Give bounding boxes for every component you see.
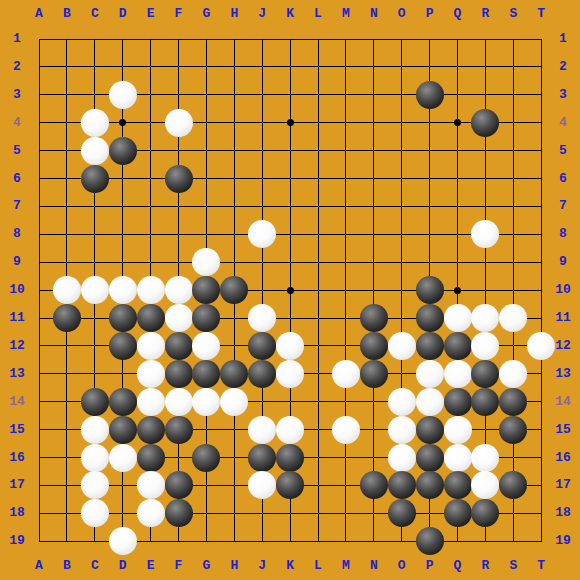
column-label: L bbox=[308, 559, 328, 573]
black-stone bbox=[276, 444, 304, 472]
row-label: 2 bbox=[3, 60, 31, 74]
row-label: 13 bbox=[549, 367, 577, 381]
row-label: 14 bbox=[549, 395, 577, 409]
white-stone bbox=[471, 304, 499, 332]
white-stone bbox=[388, 332, 416, 360]
black-stone bbox=[137, 304, 165, 332]
white-stone bbox=[137, 332, 165, 360]
column-label: O bbox=[392, 7, 412, 21]
column-label: G bbox=[196, 7, 216, 21]
row-label: 13 bbox=[3, 367, 31, 381]
star-point bbox=[454, 119, 461, 126]
column-label: A bbox=[29, 559, 49, 573]
white-stone bbox=[471, 332, 499, 360]
white-stone bbox=[220, 388, 248, 416]
column-label: B bbox=[57, 559, 77, 573]
star-point bbox=[287, 287, 294, 294]
white-stone bbox=[499, 360, 527, 388]
row-label: 11 bbox=[549, 311, 577, 325]
black-stone bbox=[388, 471, 416, 499]
row-label: 19 bbox=[3, 534, 31, 548]
black-stone bbox=[248, 444, 276, 472]
column-label: S bbox=[503, 559, 523, 573]
column-label: J bbox=[252, 7, 272, 21]
black-stone bbox=[499, 471, 527, 499]
black-stone bbox=[220, 276, 248, 304]
row-label: 7 bbox=[549, 199, 577, 213]
white-stone bbox=[527, 332, 555, 360]
white-stone bbox=[276, 360, 304, 388]
column-label: H bbox=[224, 559, 244, 573]
goban[interactable]: AABBCCDDEEFFGGHHJJKKLLMMNNOOPPQQRRSSTT11… bbox=[0, 0, 580, 580]
row-label: 14 bbox=[3, 395, 31, 409]
white-stone bbox=[248, 416, 276, 444]
white-stone bbox=[471, 220, 499, 248]
row-label: 4 bbox=[3, 116, 31, 130]
black-stone bbox=[165, 416, 193, 444]
white-stone bbox=[81, 137, 109, 165]
row-label: 15 bbox=[3, 423, 31, 437]
row-label: 3 bbox=[3, 88, 31, 102]
black-stone bbox=[192, 360, 220, 388]
column-label: D bbox=[113, 559, 133, 573]
white-stone bbox=[81, 444, 109, 472]
column-label: R bbox=[475, 7, 495, 21]
white-stone bbox=[137, 471, 165, 499]
white-stone bbox=[81, 416, 109, 444]
black-stone bbox=[109, 332, 137, 360]
column-label: G bbox=[196, 559, 216, 573]
black-stone bbox=[165, 360, 193, 388]
row-label: 10 bbox=[3, 283, 31, 297]
black-stone bbox=[192, 304, 220, 332]
white-stone bbox=[81, 499, 109, 527]
star-point bbox=[119, 119, 126, 126]
white-stone bbox=[165, 276, 193, 304]
row-label: 9 bbox=[549, 255, 577, 269]
row-label: 5 bbox=[549, 144, 577, 158]
white-stone bbox=[81, 109, 109, 137]
black-stone bbox=[444, 499, 472, 527]
black-stone bbox=[81, 165, 109, 193]
black-stone bbox=[360, 360, 388, 388]
black-stone bbox=[444, 388, 472, 416]
white-stone bbox=[388, 388, 416, 416]
column-label: P bbox=[420, 7, 440, 21]
column-label: E bbox=[141, 559, 161, 573]
column-label: J bbox=[252, 559, 272, 573]
white-stone bbox=[109, 276, 137, 304]
column-label: M bbox=[336, 7, 356, 21]
black-stone bbox=[416, 416, 444, 444]
white-stone bbox=[81, 471, 109, 499]
black-stone bbox=[165, 499, 193, 527]
black-stone bbox=[360, 332, 388, 360]
column-label: N bbox=[364, 559, 384, 573]
white-stone bbox=[332, 360, 360, 388]
white-stone bbox=[137, 360, 165, 388]
row-label: 8 bbox=[3, 227, 31, 241]
white-stone bbox=[192, 388, 220, 416]
white-stone bbox=[137, 388, 165, 416]
white-stone bbox=[192, 332, 220, 360]
column-label: Q bbox=[448, 559, 468, 573]
white-stone bbox=[137, 499, 165, 527]
column-label: Q bbox=[448, 7, 468, 21]
black-stone bbox=[471, 388, 499, 416]
row-label: 19 bbox=[549, 534, 577, 548]
row-label: 1 bbox=[3, 32, 31, 46]
white-stone bbox=[192, 248, 220, 276]
white-stone bbox=[137, 276, 165, 304]
row-label: 16 bbox=[549, 451, 577, 465]
column-label: K bbox=[280, 7, 300, 21]
black-stone bbox=[360, 304, 388, 332]
black-stone bbox=[109, 137, 137, 165]
row-label: 12 bbox=[3, 339, 31, 353]
grid-line-vertical bbox=[345, 39, 346, 542]
black-stone bbox=[416, 471, 444, 499]
grid-line-vertical bbox=[541, 39, 542, 542]
black-stone bbox=[109, 304, 137, 332]
column-label: T bbox=[531, 559, 551, 573]
column-label: E bbox=[141, 7, 161, 21]
white-stone bbox=[165, 388, 193, 416]
black-stone bbox=[416, 332, 444, 360]
column-label: R bbox=[475, 559, 495, 573]
black-stone bbox=[444, 471, 472, 499]
white-stone bbox=[81, 276, 109, 304]
row-label: 8 bbox=[549, 227, 577, 241]
row-label: 17 bbox=[549, 478, 577, 492]
black-stone bbox=[248, 360, 276, 388]
black-stone bbox=[53, 304, 81, 332]
column-label: T bbox=[531, 7, 551, 21]
white-stone bbox=[248, 471, 276, 499]
black-stone bbox=[165, 332, 193, 360]
row-label: 5 bbox=[3, 144, 31, 158]
white-stone bbox=[165, 109, 193, 137]
column-label: B bbox=[57, 7, 77, 21]
black-stone bbox=[220, 360, 248, 388]
column-label: A bbox=[29, 7, 49, 21]
star-point bbox=[287, 119, 294, 126]
white-stone bbox=[53, 276, 81, 304]
star-point bbox=[454, 287, 461, 294]
white-stone bbox=[109, 527, 137, 555]
black-stone bbox=[165, 165, 193, 193]
black-stone bbox=[416, 81, 444, 109]
row-label: 17 bbox=[3, 478, 31, 492]
black-stone bbox=[192, 276, 220, 304]
white-stone bbox=[248, 304, 276, 332]
white-stone bbox=[499, 304, 527, 332]
white-stone bbox=[444, 360, 472, 388]
white-stone bbox=[471, 471, 499, 499]
black-stone bbox=[360, 471, 388, 499]
grid-line-vertical bbox=[513, 39, 514, 542]
black-stone bbox=[137, 416, 165, 444]
column-label: H bbox=[224, 7, 244, 21]
white-stone bbox=[276, 332, 304, 360]
black-stone bbox=[109, 388, 137, 416]
white-stone bbox=[416, 360, 444, 388]
white-stone bbox=[444, 304, 472, 332]
white-stone bbox=[248, 220, 276, 248]
column-label: O bbox=[392, 559, 412, 573]
black-stone bbox=[499, 388, 527, 416]
column-label: F bbox=[169, 559, 189, 573]
row-label: 10 bbox=[549, 283, 577, 297]
column-label: L bbox=[308, 7, 328, 21]
column-label: K bbox=[280, 559, 300, 573]
row-label: 15 bbox=[549, 423, 577, 437]
row-label: 6 bbox=[549, 172, 577, 186]
column-label: M bbox=[336, 559, 356, 573]
black-stone bbox=[471, 109, 499, 137]
row-label: 9 bbox=[3, 255, 31, 269]
row-label: 3 bbox=[549, 88, 577, 102]
white-stone bbox=[471, 444, 499, 472]
black-stone bbox=[499, 416, 527, 444]
column-label: S bbox=[503, 7, 523, 21]
column-label: N bbox=[364, 7, 384, 21]
white-stone bbox=[388, 416, 416, 444]
white-stone bbox=[165, 304, 193, 332]
white-stone bbox=[276, 416, 304, 444]
white-stone bbox=[416, 388, 444, 416]
white-stone bbox=[388, 444, 416, 472]
row-label: 6 bbox=[3, 172, 31, 186]
black-stone bbox=[388, 499, 416, 527]
row-label: 18 bbox=[3, 506, 31, 520]
black-stone bbox=[444, 332, 472, 360]
column-label: P bbox=[420, 559, 440, 573]
black-stone bbox=[416, 276, 444, 304]
black-stone bbox=[416, 444, 444, 472]
white-stone bbox=[444, 416, 472, 444]
grid-line-vertical bbox=[373, 39, 374, 542]
column-label: D bbox=[113, 7, 133, 21]
row-label: 11 bbox=[3, 311, 31, 325]
black-stone bbox=[416, 304, 444, 332]
black-stone bbox=[137, 444, 165, 472]
black-stone bbox=[276, 471, 304, 499]
row-label: 7 bbox=[3, 199, 31, 213]
black-stone bbox=[471, 499, 499, 527]
row-label: 2 bbox=[549, 60, 577, 74]
black-stone bbox=[165, 471, 193, 499]
row-label: 18 bbox=[549, 506, 577, 520]
white-stone bbox=[332, 416, 360, 444]
black-stone bbox=[471, 360, 499, 388]
row-label: 16 bbox=[3, 451, 31, 465]
row-label: 4 bbox=[549, 116, 577, 130]
grid-line-vertical bbox=[318, 39, 319, 542]
white-stone bbox=[444, 444, 472, 472]
black-stone bbox=[109, 416, 137, 444]
column-label: C bbox=[85, 7, 105, 21]
row-label: 1 bbox=[549, 32, 577, 46]
white-stone bbox=[109, 81, 137, 109]
black-stone bbox=[416, 527, 444, 555]
black-stone bbox=[192, 444, 220, 472]
white-stone bbox=[109, 444, 137, 472]
black-stone bbox=[248, 332, 276, 360]
column-label: F bbox=[169, 7, 189, 21]
column-label: C bbox=[85, 559, 105, 573]
black-stone bbox=[81, 388, 109, 416]
